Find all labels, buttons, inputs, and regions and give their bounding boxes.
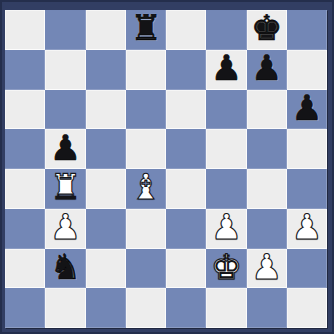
square-a4[interactable] bbox=[5, 169, 45, 209]
square-f7[interactable]: ♟ bbox=[206, 50, 246, 90]
square-d6[interactable] bbox=[126, 90, 166, 130]
square-f6[interactable] bbox=[206, 90, 246, 130]
square-e2[interactable] bbox=[166, 249, 206, 289]
square-b7[interactable] bbox=[45, 50, 85, 90]
square-b6[interactable] bbox=[45, 90, 85, 130]
square-b4[interactable]: ♜ bbox=[45, 169, 85, 209]
white-pawn-icon[interactable]: ♟ bbox=[211, 210, 242, 245]
white-pawn-icon[interactable]: ♟ bbox=[50, 210, 81, 245]
white-rook-icon[interactable]: ♜ bbox=[50, 170, 81, 205]
square-h4[interactable] bbox=[287, 169, 327, 209]
square-d4[interactable]: ♝ bbox=[126, 169, 166, 209]
square-c5[interactable] bbox=[86, 129, 126, 169]
square-h1[interactable] bbox=[287, 288, 327, 328]
square-f5[interactable] bbox=[206, 129, 246, 169]
square-h7[interactable] bbox=[287, 50, 327, 90]
square-c8[interactable] bbox=[86, 10, 126, 50]
square-e8[interactable] bbox=[166, 10, 206, 50]
square-c7[interactable] bbox=[86, 50, 126, 90]
black-pawn-icon[interactable]: ♟ bbox=[291, 91, 322, 126]
square-g8[interactable]: ♚ bbox=[247, 10, 287, 50]
square-g3[interactable] bbox=[247, 209, 287, 249]
square-e7[interactable] bbox=[166, 50, 206, 90]
chess-board: ♜♚♟♟♟♟♜♝♟♟♟♞♚♟ bbox=[5, 10, 327, 328]
square-c6[interactable] bbox=[86, 90, 126, 130]
square-c1[interactable] bbox=[86, 288, 126, 328]
square-d1[interactable] bbox=[126, 288, 166, 328]
square-b5[interactable]: ♟ bbox=[45, 129, 85, 169]
black-pawn-icon[interactable]: ♟ bbox=[50, 131, 81, 166]
square-b3[interactable]: ♟ bbox=[45, 209, 85, 249]
square-a3[interactable] bbox=[5, 209, 45, 249]
square-g7[interactable]: ♟ bbox=[247, 50, 287, 90]
white-bishop-icon[interactable]: ♝ bbox=[130, 170, 161, 205]
square-h6[interactable]: ♟ bbox=[287, 90, 327, 130]
square-c3[interactable] bbox=[86, 209, 126, 249]
square-d2[interactable] bbox=[126, 249, 166, 289]
black-rook-icon[interactable]: ♜ bbox=[130, 11, 161, 46]
square-g5[interactable] bbox=[247, 129, 287, 169]
square-g1[interactable] bbox=[247, 288, 287, 328]
square-f3[interactable]: ♟ bbox=[206, 209, 246, 249]
square-a8[interactable] bbox=[5, 10, 45, 50]
chessboard-frame: ♜♚♟♟♟♟♜♝♟♟♟♞♚♟ bbox=[0, 0, 334, 334]
square-h2[interactable] bbox=[287, 249, 327, 289]
square-b8[interactable] bbox=[45, 10, 85, 50]
white-king-icon[interactable]: ♚ bbox=[211, 250, 242, 285]
square-f1[interactable] bbox=[206, 288, 246, 328]
square-a6[interactable] bbox=[5, 90, 45, 130]
square-b2[interactable]: ♞ bbox=[45, 249, 85, 289]
black-pawn-icon[interactable]: ♟ bbox=[251, 51, 282, 86]
white-pawn-icon[interactable]: ♟ bbox=[291, 210, 322, 245]
white-pawn-icon[interactable]: ♟ bbox=[251, 250, 282, 285]
square-g4[interactable] bbox=[247, 169, 287, 209]
square-h3[interactable]: ♟ bbox=[287, 209, 327, 249]
square-g2[interactable]: ♟ bbox=[247, 249, 287, 289]
square-a5[interactable] bbox=[5, 129, 45, 169]
square-c4[interactable] bbox=[86, 169, 126, 209]
square-d3[interactable] bbox=[126, 209, 166, 249]
black-king-icon[interactable]: ♚ bbox=[251, 11, 282, 46]
square-g6[interactable] bbox=[247, 90, 287, 130]
black-knight-icon[interactable]: ♞ bbox=[50, 250, 81, 285]
square-d7[interactable] bbox=[126, 50, 166, 90]
square-b1[interactable] bbox=[45, 288, 85, 328]
square-h8[interactable] bbox=[287, 10, 327, 50]
square-f8[interactable] bbox=[206, 10, 246, 50]
square-e4[interactable] bbox=[166, 169, 206, 209]
square-a7[interactable] bbox=[5, 50, 45, 90]
square-f4[interactable] bbox=[206, 169, 246, 209]
square-e3[interactable] bbox=[166, 209, 206, 249]
square-e5[interactable] bbox=[166, 129, 206, 169]
square-d8[interactable]: ♜ bbox=[126, 10, 166, 50]
square-a2[interactable] bbox=[5, 249, 45, 289]
square-e6[interactable] bbox=[166, 90, 206, 130]
square-c2[interactable] bbox=[86, 249, 126, 289]
black-pawn-icon[interactable]: ♟ bbox=[211, 51, 242, 86]
square-e1[interactable] bbox=[166, 288, 206, 328]
square-f2[interactable]: ♚ bbox=[206, 249, 246, 289]
square-h5[interactable] bbox=[287, 129, 327, 169]
square-d5[interactable] bbox=[126, 129, 166, 169]
square-a1[interactable] bbox=[5, 288, 45, 328]
